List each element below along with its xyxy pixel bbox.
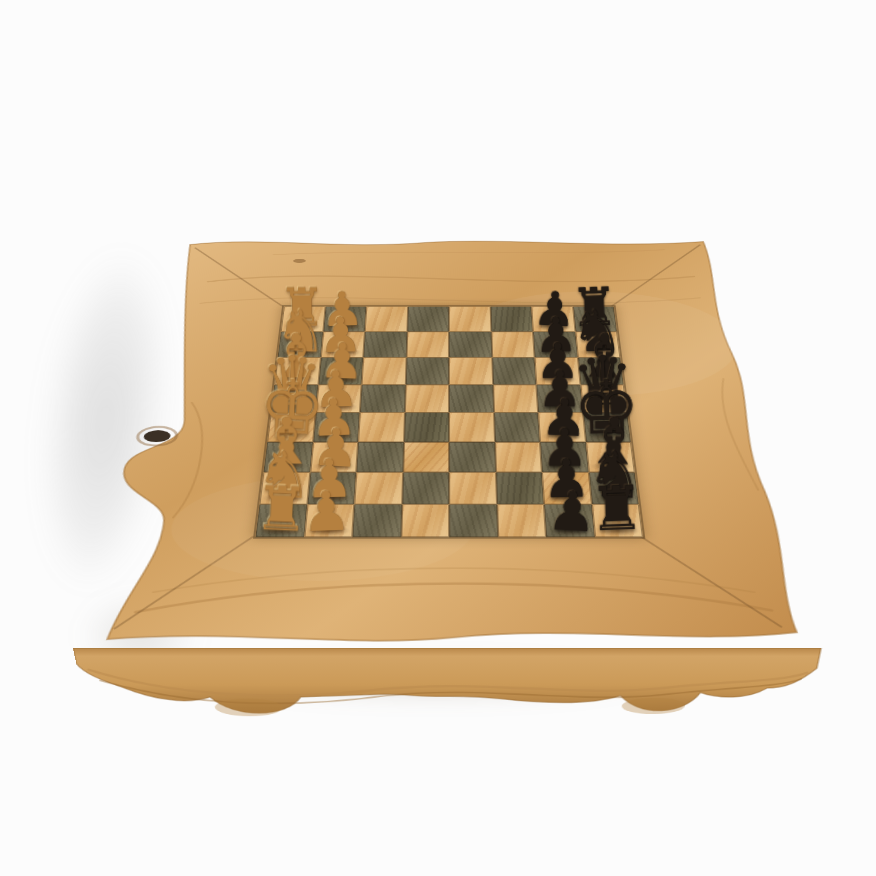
square-h3[interactable] (352, 504, 401, 537)
piece-white-pawn[interactable]: ♟ (301, 488, 351, 536)
square-g6[interactable] (496, 472, 544, 504)
square-e5[interactable] (449, 413, 495, 442)
square-b3[interactable] (363, 331, 407, 357)
square-e4[interactable] (404, 413, 449, 442)
square-e6[interactable] (494, 413, 540, 442)
square-b6[interactable] (491, 331, 535, 357)
photo-stage: ♜♟♟♜♞♟♟♞♝♟♟♝♛♟♟♛♚♟♟♚♝♟♟♝♞♟♟♞♜♟♟♜ (0, 0, 876, 876)
square-b4[interactable] (406, 331, 449, 357)
square-h8[interactable]: ♜ (591, 504, 643, 537)
square-g5[interactable] (449, 472, 496, 504)
square-f4[interactable] (403, 442, 449, 472)
square-h7[interactable]: ♟ (544, 504, 595, 537)
piece-black-pawn[interactable]: ♟ (547, 487, 598, 536)
square-a4[interactable] (407, 306, 449, 331)
board-front-face (73, 648, 821, 724)
square-d6[interactable] (493, 384, 538, 412)
square-h1[interactable]: ♜ (255, 504, 307, 537)
square-f5[interactable] (449, 442, 495, 472)
square-f3[interactable] (356, 442, 403, 472)
square-c5[interactable] (449, 357, 493, 384)
square-h2[interactable]: ♟ (304, 504, 354, 537)
square-a3[interactable] (365, 306, 408, 331)
square-f6[interactable] (495, 442, 542, 472)
square-h6[interactable] (497, 504, 547, 537)
square-h4[interactable] (401, 504, 449, 537)
square-g4[interactable] (402, 472, 449, 504)
square-h5[interactable] (449, 504, 497, 537)
square-d4[interactable] (404, 384, 449, 412)
board-grid: ♜♟♟♜♞♟♟♞♝♟♟♝♛♟♟♛♚♟♟♚♝♟♟♝♞♟♟♞♜♟♟♜ (253, 305, 645, 538)
square-c4[interactable] (405, 357, 449, 384)
square-g3[interactable] (354, 472, 402, 504)
square-c6[interactable] (492, 357, 537, 384)
square-a5[interactable] (449, 306, 491, 331)
square-d3[interactable] (360, 384, 405, 412)
square-b5[interactable] (449, 331, 492, 357)
square-e3[interactable] (358, 413, 404, 442)
chess-board: ♜♟♟♜♞♟♟♞♝♟♟♝♛♟♟♛♚♟♟♚♝♟♟♝♞♟♟♞♜♟♟♜ (80, 235, 814, 648)
square-a6[interactable] (490, 306, 533, 331)
front-edge-profile (73, 648, 821, 713)
square-c3[interactable] (362, 357, 406, 384)
square-d5[interactable] (449, 384, 494, 412)
